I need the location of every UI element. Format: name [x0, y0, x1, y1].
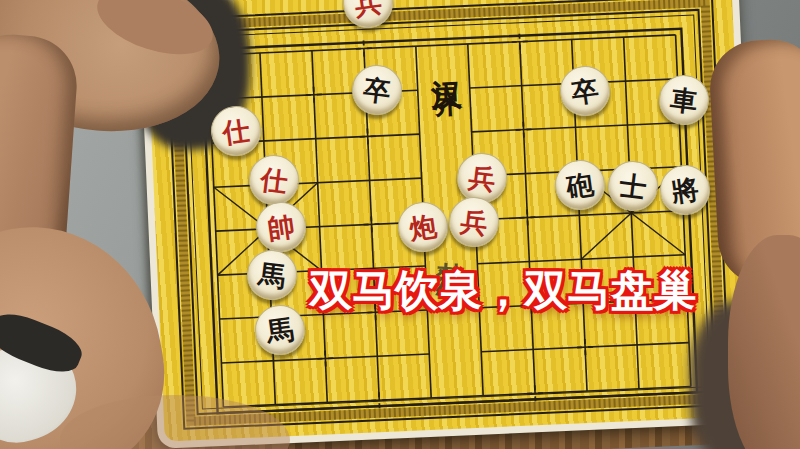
river-label-han-jie: 汉界 [424, 54, 467, 70]
scene: 汉界 楚河 兵卒仕仕帥馬馬兵炮兵卒車砲士將 双马饮泉，双马盘巢 [0, 0, 800, 449]
caption-overlay: 双马饮泉，双马盘巢 [288, 262, 718, 320]
